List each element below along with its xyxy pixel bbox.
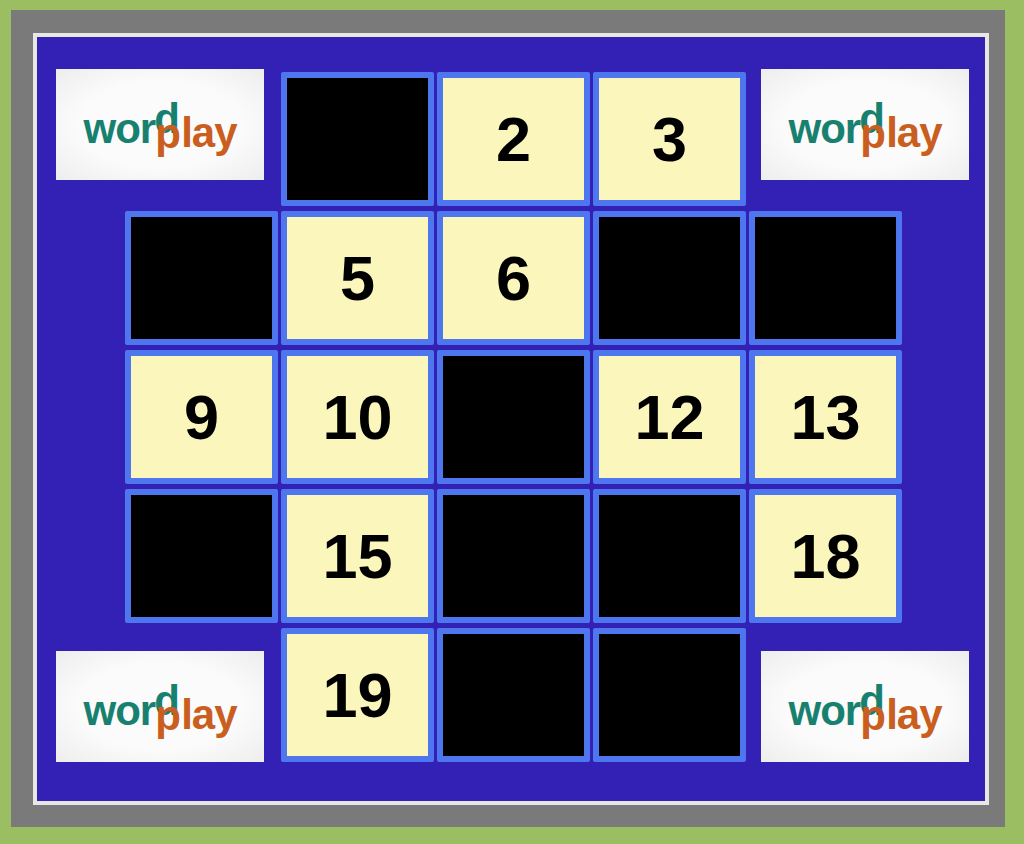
logo-dp-stack: d p xyxy=(155,686,181,728)
black-cell-r2c1 xyxy=(125,211,278,345)
logo-text-wor: wor xyxy=(83,108,155,150)
numbered-cell-13[interactable]: 13 xyxy=(749,350,902,484)
logo-text-wor: wor xyxy=(788,690,860,732)
wordplay-logo-top-left: wor d p lay xyxy=(56,69,264,180)
logo-dp-stack: d p xyxy=(155,104,181,146)
black-cell-r1c2 xyxy=(281,72,434,206)
cell-number: 15 xyxy=(322,525,392,588)
cell-number: 5 xyxy=(340,247,375,310)
cell-number: 9 xyxy=(184,386,219,449)
wordplay-logo-text: wor d p lay xyxy=(788,104,941,146)
numbered-cell-18[interactable]: 18 xyxy=(749,489,902,623)
numbered-cell-12[interactable]: 12 xyxy=(593,350,746,484)
numbered-cell-9[interactable]: 9 xyxy=(125,350,278,484)
numbered-cell-15[interactable]: 15 xyxy=(281,489,434,623)
wordplay-logo-text: wor d p lay xyxy=(83,104,236,146)
cell-number: 12 xyxy=(634,386,704,449)
black-cell-r4c3 xyxy=(437,489,590,623)
wordplay-logo-bottom-left: wor d p lay xyxy=(56,651,264,762)
black-cell-r3c3 xyxy=(437,350,590,484)
logo-text-p: p xyxy=(860,695,885,737)
cell-number: 3 xyxy=(652,108,687,171)
numbered-cell-6[interactable]: 6 xyxy=(437,211,590,345)
numbered-cell-3[interactable]: 3 xyxy=(593,72,746,206)
logo-text-lay: lay xyxy=(886,112,941,154)
black-cell-r5c4 xyxy=(593,628,746,762)
cell-number: 13 xyxy=(790,386,860,449)
wordplay-logo-text: wor d p lay xyxy=(83,686,236,728)
screenshot-stage: 23569101213151819 wor d p lay wor d p la… xyxy=(0,0,1024,844)
logo-dp-stack: d p xyxy=(860,104,886,146)
logo-text-wor: wor xyxy=(83,690,155,732)
numbered-cell-2[interactable]: 2 xyxy=(437,72,590,206)
black-cell-r4c1 xyxy=(125,489,278,623)
logo-text-lay: lay xyxy=(181,694,236,736)
numbered-cell-5[interactable]: 5 xyxy=(281,211,434,345)
black-cell-r2c5 xyxy=(749,211,902,345)
logo-text-p: p xyxy=(155,695,180,737)
wordplay-logo-bottom-right: wor d p lay xyxy=(761,651,969,762)
wordplay-logo-top-right: wor d p lay xyxy=(761,69,969,180)
wordplay-logo-text: wor d p lay xyxy=(788,686,941,728)
black-cell-r4c4 xyxy=(593,489,746,623)
logo-text-lay: lay xyxy=(886,694,941,736)
logo-dp-stack: d p xyxy=(860,686,886,728)
numbered-cell-19[interactable]: 19 xyxy=(281,628,434,762)
black-cell-r5c3 xyxy=(437,628,590,762)
logo-text-p: p xyxy=(860,113,885,155)
cell-number: 6 xyxy=(496,247,531,310)
cell-number: 19 xyxy=(322,664,392,727)
cell-number: 2 xyxy=(496,108,531,171)
cell-number: 18 xyxy=(790,525,860,588)
numbered-cell-10[interactable]: 10 xyxy=(281,350,434,484)
black-cell-r2c4 xyxy=(593,211,746,345)
logo-text-p: p xyxy=(155,113,180,155)
logo-text-lay: lay xyxy=(181,112,236,154)
cell-number: 10 xyxy=(322,386,392,449)
logo-text-wor: wor xyxy=(788,108,860,150)
